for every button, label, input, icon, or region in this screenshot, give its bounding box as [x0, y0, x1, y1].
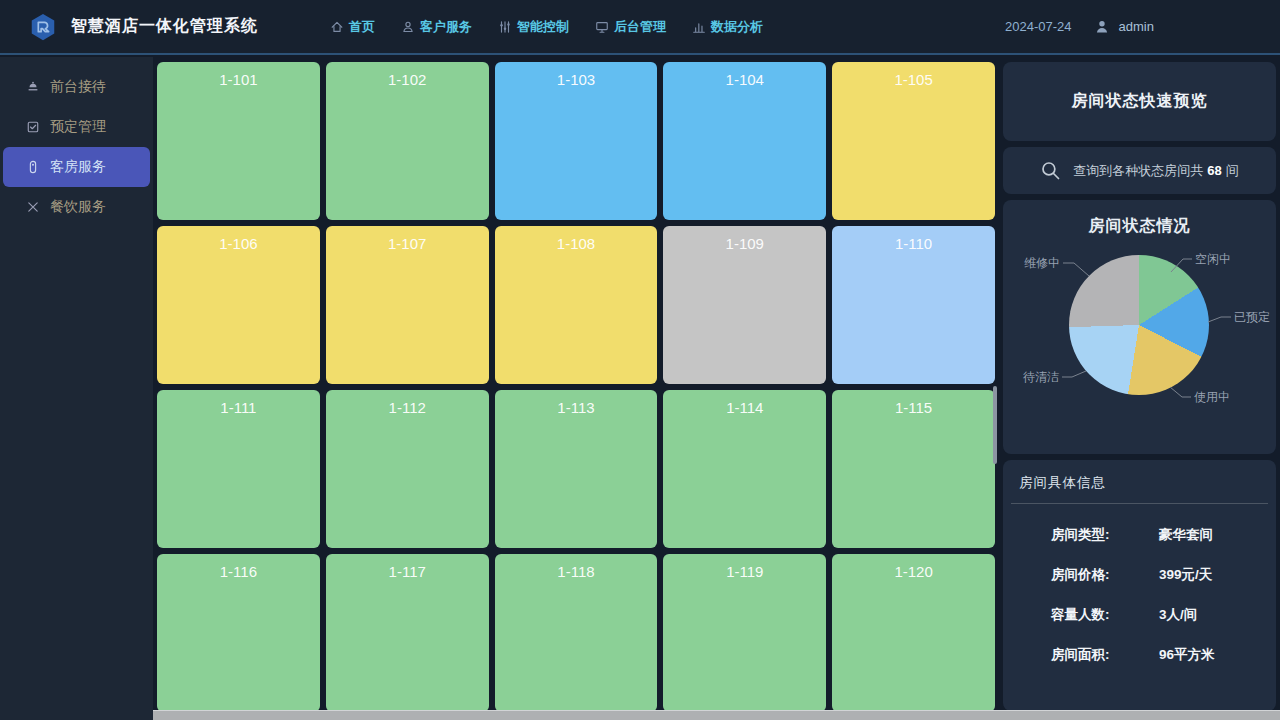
reception-icon [26, 80, 40, 94]
sidebar-item-4[interactable]: 餐饮服务 [0, 187, 153, 227]
room-number: 1-102 [388, 71, 426, 88]
room-number: 1-116 [220, 563, 257, 580]
horizontal-scrollbar[interactable] [153, 710, 1280, 720]
room-card-1-115[interactable]: 1-115 [832, 390, 995, 548]
info-label: 房间价格: [1051, 566, 1159, 584]
room-card-1-105[interactable]: 1-105 [832, 62, 995, 220]
info-label: 房间类型: [1051, 526, 1159, 544]
booking-icon [26, 120, 40, 134]
room-card-1-110[interactable]: 1-110 [832, 226, 995, 384]
vertical-scrollbar[interactable] [993, 386, 997, 464]
room-info-card: 房间具体信息 房间类型:豪华套间房间价格:399元/天容量人数:3人/间房间面积… [1003, 460, 1276, 711]
app-logo-icon [28, 12, 58, 42]
room-number: 1-107 [388, 235, 426, 252]
room-grid: 1-1011-1021-1031-1041-1051-1061-1071-108… [157, 62, 995, 718]
dining-icon [26, 200, 40, 214]
nav-item-4[interactable]: 后台管理 [595, 18, 666, 36]
search-card[interactable]: 查询到各种状态房间共68间 [1003, 147, 1276, 194]
main-nav: 首页客户服务智能控制后台管理数据分析 [330, 18, 763, 36]
room-card-1-102[interactable]: 1-102 [326, 62, 489, 220]
room-service-icon [26, 160, 40, 174]
room-card-1-108[interactable]: 1-108 [495, 226, 658, 384]
room-number: 1-117 [389, 563, 426, 580]
app-title: 智慧酒店一体化管理系统 [71, 16, 258, 37]
home-icon [330, 20, 344, 34]
room-number: 1-113 [557, 399, 594, 416]
navbar-right: 2024-07-24 admin [1005, 19, 1154, 35]
room-number: 1-112 [389, 399, 426, 416]
room-card-1-109[interactable]: 1-109 [663, 226, 826, 384]
room-number: 1-111 [220, 399, 256, 416]
room-card-1-120[interactable]: 1-120 [832, 554, 995, 712]
sidebar-item-1[interactable]: 前台接待 [0, 67, 153, 107]
room-number: 1-101 [219, 71, 257, 88]
room-number: 1-119 [726, 563, 763, 580]
room-number: 1-103 [557, 71, 595, 88]
top-navbar: 智慧酒店一体化管理系统 首页客户服务智能控制后台管理数据分析 2024-07-2… [0, 0, 1280, 55]
smart-control-icon [498, 20, 512, 34]
sidebar-item-label: 预定管理 [50, 118, 106, 136]
divider [1011, 503, 1268, 504]
room-info-title: 房间具体信息 [1019, 474, 1260, 492]
room-count: 68 [1207, 163, 1221, 178]
room-card-1-119[interactable]: 1-119 [663, 554, 826, 712]
preview-card: 房间状态快速预览 [1003, 62, 1276, 141]
room-number: 1-118 [557, 563, 594, 580]
data-analytics-icon [692, 20, 706, 34]
room-card-1-118[interactable]: 1-118 [495, 554, 658, 712]
sidebar: 前台接待预定管理客房服务餐饮服务 [0, 57, 153, 720]
nav-item-label: 智能控制 [517, 18, 569, 36]
user-menu[interactable]: admin [1094, 19, 1154, 35]
nav-item-label: 后台管理 [614, 18, 666, 36]
room-number: 1-105 [894, 71, 932, 88]
info-value: 3人/间 [1159, 606, 1260, 624]
pie-label-vacant: 空闲中 [1195, 252, 1231, 266]
nav-item-label: 数据分析 [711, 18, 763, 36]
pie-chart-title: 房间状态情况 [1003, 200, 1276, 237]
customer-service-icon [401, 20, 415, 34]
search-result-text: 查询到各种状态房间共68间 [1073, 162, 1238, 180]
room-info-rows: 房间类型:豪华套间房间价格:399元/天容量人数:3人/间房间面积:96平方米 [1019, 526, 1260, 664]
backend-icon [595, 20, 609, 34]
room-card-1-117[interactable]: 1-117 [326, 554, 489, 712]
info-label: 房间面积: [1051, 646, 1159, 664]
info-value: 豪华套间 [1159, 526, 1260, 544]
room-card-1-107[interactable]: 1-107 [326, 226, 489, 384]
room-card-1-113[interactable]: 1-113 [495, 390, 658, 548]
info-value: 96平方米 [1159, 646, 1260, 664]
username-label: admin [1119, 19, 1154, 34]
user-icon [1094, 19, 1110, 35]
room-number: 1-110 [895, 235, 932, 252]
room-number: 1-120 [894, 563, 932, 580]
app-root: 智慧酒店一体化管理系统 首页客户服务智能控制后台管理数据分析 2024-07-2… [0, 0, 1280, 720]
date-label: 2024-07-24 [1005, 19, 1072, 34]
room-number: 1-115 [895, 399, 932, 416]
room-card-1-112[interactable]: 1-112 [326, 390, 489, 548]
nav-item-3[interactable]: 智能控制 [498, 18, 569, 36]
sidebar-item-2[interactable]: 预定管理 [0, 107, 153, 147]
room-card-1-111[interactable]: 1-111 [157, 390, 320, 548]
sidebar-item-label: 餐饮服务 [50, 198, 106, 216]
search-icon [1040, 160, 1061, 181]
room-number: 1-114 [726, 399, 763, 416]
nav-item-1[interactable]: 首页 [330, 18, 375, 36]
room-card-1-103[interactable]: 1-103 [495, 62, 658, 220]
room-number: 1-109 [726, 235, 764, 252]
room-number: 1-108 [557, 235, 595, 252]
room-card-1-114[interactable]: 1-114 [663, 390, 826, 548]
room-status-pie-chart [1069, 255, 1209, 395]
nav-item-5[interactable]: 数据分析 [692, 18, 763, 36]
room-card-1-101[interactable]: 1-101 [157, 62, 320, 220]
pie-label-maintenance: 维修中 [1024, 256, 1060, 270]
sidebar-item-3[interactable]: 客房服务 [3, 147, 150, 187]
room-number: 1-104 [726, 71, 764, 88]
preview-title: 房间状态快速预览 [1072, 91, 1208, 112]
nav-item-label: 首页 [349, 18, 375, 36]
room-card-1-116[interactable]: 1-116 [157, 554, 320, 712]
room-card-1-104[interactable]: 1-104 [663, 62, 826, 220]
sidebar-item-label: 前台接待 [50, 78, 106, 96]
room-card-1-106[interactable]: 1-106 [157, 226, 320, 384]
sidebar-item-label: 客房服务 [50, 158, 106, 176]
status-panel: 房间状态快速预览 查询到各种状态房间共68间 房间状态情况 空闲中 已预定 使用… [1003, 62, 1276, 711]
pie-label-occupied: 使用中 [1194, 390, 1230, 404]
nav-item-2[interactable]: 客户服务 [401, 18, 472, 36]
brand: 智慧酒店一体化管理系统 [0, 12, 258, 42]
room-number: 1-106 [219, 235, 257, 252]
pie-label-reserved: 已预定 [1234, 310, 1270, 324]
room-status-chart-card: 房间状态情况 空闲中 已预定 使用中 待清洁 维修中 [1003, 200, 1276, 454]
info-label: 容量人数: [1051, 606, 1159, 624]
info-value: 399元/天 [1159, 566, 1260, 584]
pie-label-cleaning: 待清洁 [1023, 370, 1059, 384]
nav-item-label: 客户服务 [420, 18, 472, 36]
